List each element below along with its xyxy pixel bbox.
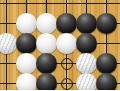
black-stone[interactable] xyxy=(76,33,97,54)
black-stone[interactable] xyxy=(56,13,77,34)
circle-marker xyxy=(61,78,73,90)
black-stone[interactable] xyxy=(36,53,57,74)
white-stone[interactable] xyxy=(36,33,57,54)
white-stone[interactable] xyxy=(76,73,97,91)
white-stone[interactable] xyxy=(56,33,77,54)
black-stone[interactable] xyxy=(36,73,57,91)
circle-marker xyxy=(61,58,73,70)
black-stone[interactable] xyxy=(96,53,117,74)
grid-line-horizontal xyxy=(0,3,120,4)
white-stone[interactable] xyxy=(16,53,37,74)
white-stone[interactable] xyxy=(16,73,37,91)
black-stone[interactable] xyxy=(16,33,37,54)
white-stone[interactable] xyxy=(0,33,17,54)
white-stone[interactable] xyxy=(76,53,97,74)
go-board[interactable] xyxy=(0,0,120,90)
white-stone[interactable] xyxy=(16,13,37,34)
black-stone[interactable] xyxy=(96,73,117,91)
black-stone[interactable] xyxy=(76,13,97,34)
black-stone[interactable] xyxy=(96,13,117,34)
white-stone[interactable] xyxy=(36,13,57,34)
